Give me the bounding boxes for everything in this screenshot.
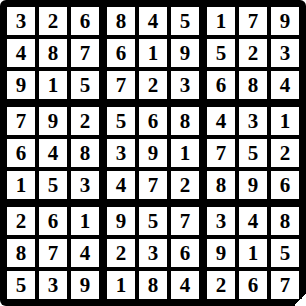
sudoku-cell-r8c2[interactable]: 7 xyxy=(39,239,67,267)
sudoku-cell-r9c2[interactable]: 3 xyxy=(39,271,67,299)
sudoku-cell-r4c4[interactable]: 5 xyxy=(107,107,135,135)
sudoku-cell-r5c3[interactable]: 8 xyxy=(71,139,99,167)
sudoku-cell-r4c3[interactable]: 2 xyxy=(71,107,99,135)
sudoku-cell-r9c5[interactable]: 8 xyxy=(139,271,167,299)
sudoku-cell-r8c4[interactable]: 2 xyxy=(107,239,135,267)
sudoku-cell-r6c2[interactable]: 5 xyxy=(39,171,67,199)
sudoku-cell-r5c1[interactable]: 6 xyxy=(7,139,35,167)
sudoku-cell-r8c9[interactable]: 5 xyxy=(271,239,299,267)
sudoku-cell-r2c2[interactable]: 8 xyxy=(39,39,67,67)
sudoku-cell-r1c5[interactable]: 4 xyxy=(139,7,167,35)
sudoku-cell-r1c2[interactable]: 2 xyxy=(39,7,67,35)
corner-notch xyxy=(293,293,306,306)
sudoku-cell-r3c8[interactable]: 8 xyxy=(239,71,267,99)
sudoku-cell-r2c1[interactable]: 4 xyxy=(7,39,35,67)
sudoku-cell-r5c8[interactable]: 5 xyxy=(239,139,267,167)
sudoku-grid: 3268451794876195239157236847925684316483… xyxy=(0,0,306,306)
sudoku-cell-r6c8[interactable]: 9 xyxy=(239,171,267,199)
sudoku-cell-r2c5[interactable]: 1 xyxy=(139,39,167,67)
sudoku-cell-r2c4[interactable]: 6 xyxy=(107,39,135,67)
sudoku-board: 3268451794876195239157236847925684316483… xyxy=(0,0,306,306)
sudoku-cell-r8c1[interactable]: 8 xyxy=(7,239,35,267)
sudoku-cell-r1c3[interactable]: 6 xyxy=(71,7,99,35)
sudoku-cell-r6c4[interactable]: 4 xyxy=(107,171,135,199)
sudoku-cell-r4c5[interactable]: 6 xyxy=(139,107,167,135)
sudoku-cell-r3c7[interactable]: 6 xyxy=(207,71,235,99)
sudoku-cell-r2c6[interactable]: 9 xyxy=(171,39,199,67)
sudoku-cell-r5c6[interactable]: 1 xyxy=(171,139,199,167)
sudoku-cell-r4c9[interactable]: 1 xyxy=(271,107,299,135)
sudoku-cell-r4c7[interactable]: 4 xyxy=(207,107,235,135)
sudoku-cell-r7c1[interactable]: 2 xyxy=(7,207,35,235)
sudoku-cell-r9c8[interactable]: 6 xyxy=(239,271,267,299)
sudoku-cell-r4c2[interactable]: 9 xyxy=(39,107,67,135)
sudoku-cell-r9c6[interactable]: 4 xyxy=(171,271,199,299)
sudoku-cell-r4c6[interactable]: 8 xyxy=(171,107,199,135)
sudoku-cell-r9c1[interactable]: 5 xyxy=(7,271,35,299)
sudoku-cell-r3c1[interactable]: 9 xyxy=(7,71,35,99)
sudoku-cell-r7c6[interactable]: 7 xyxy=(171,207,199,235)
sudoku-cell-r5c9[interactable]: 2 xyxy=(271,139,299,167)
sudoku-cell-r1c1[interactable]: 3 xyxy=(7,7,35,35)
sudoku-cell-r2c7[interactable]: 5 xyxy=(207,39,235,67)
sudoku-cell-r9c7[interactable]: 2 xyxy=(207,271,235,299)
sudoku-cell-r9c3[interactable]: 9 xyxy=(71,271,99,299)
sudoku-cell-r8c5[interactable]: 3 xyxy=(139,239,167,267)
sudoku-cell-r9c4[interactable]: 1 xyxy=(107,271,135,299)
sudoku-cell-r6c1[interactable]: 1 xyxy=(7,171,35,199)
sudoku-cell-r6c7[interactable]: 8 xyxy=(207,171,235,199)
sudoku-cell-r2c8[interactable]: 2 xyxy=(239,39,267,67)
sudoku-cell-r5c4[interactable]: 3 xyxy=(107,139,135,167)
sudoku-cell-r7c2[interactable]: 6 xyxy=(39,207,67,235)
sudoku-cell-r2c9[interactable]: 3 xyxy=(271,39,299,67)
sudoku-cell-r7c8[interactable]: 4 xyxy=(239,207,267,235)
sudoku-cell-r3c6[interactable]: 3 xyxy=(171,71,199,99)
sudoku-cell-r1c6[interactable]: 5 xyxy=(171,7,199,35)
sudoku-cell-r1c8[interactable]: 7 xyxy=(239,7,267,35)
sudoku-cell-r6c3[interactable]: 3 xyxy=(71,171,99,199)
sudoku-cell-r7c5[interactable]: 5 xyxy=(139,207,167,235)
sudoku-cell-r5c5[interactable]: 9 xyxy=(139,139,167,167)
sudoku-cell-r2c3[interactable]: 7 xyxy=(71,39,99,67)
sudoku-cell-r3c3[interactable]: 5 xyxy=(71,71,99,99)
sudoku-cell-r4c8[interactable]: 3 xyxy=(239,107,267,135)
sudoku-cell-r1c4[interactable]: 8 xyxy=(107,7,135,35)
sudoku-cell-r5c7[interactable]: 7 xyxy=(207,139,235,167)
sudoku-cell-r7c7[interactable]: 3 xyxy=(207,207,235,235)
sudoku-cell-r3c4[interactable]: 7 xyxy=(107,71,135,99)
sudoku-cell-r6c9[interactable]: 6 xyxy=(271,171,299,199)
sudoku-cell-r5c2[interactable]: 4 xyxy=(39,139,67,167)
sudoku-cell-r4c1[interactable]: 7 xyxy=(7,107,35,135)
sudoku-cell-r3c9[interactable]: 4 xyxy=(271,71,299,99)
sudoku-cell-r7c4[interactable]: 9 xyxy=(107,207,135,235)
sudoku-cell-r7c9[interactable]: 8 xyxy=(271,207,299,235)
sudoku-cell-r3c5[interactable]: 2 xyxy=(139,71,167,99)
sudoku-cell-r8c7[interactable]: 9 xyxy=(207,239,235,267)
sudoku-cell-r3c2[interactable]: 1 xyxy=(39,71,67,99)
sudoku-cell-r7c3[interactable]: 1 xyxy=(71,207,99,235)
sudoku-cell-r8c8[interactable]: 1 xyxy=(239,239,267,267)
sudoku-cell-r6c5[interactable]: 7 xyxy=(139,171,167,199)
sudoku-cell-r8c6[interactable]: 6 xyxy=(171,239,199,267)
sudoku-cell-r1c9[interactable]: 9 xyxy=(271,7,299,35)
sudoku-cell-r1c7[interactable]: 1 xyxy=(207,7,235,35)
sudoku-cell-r6c6[interactable]: 2 xyxy=(171,171,199,199)
sudoku-cell-r8c3[interactable]: 4 xyxy=(71,239,99,267)
